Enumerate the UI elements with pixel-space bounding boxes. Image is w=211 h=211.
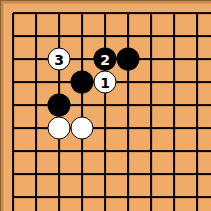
intersection-r7c1[interactable] bbox=[25, 163, 48, 186]
intersection-r4c5[interactable] bbox=[117, 94, 140, 117]
intersection-r0c3[interactable] bbox=[71, 2, 94, 25]
board-grid: 321 bbox=[2, 2, 209, 209]
intersection-r2c1[interactable] bbox=[25, 48, 48, 71]
intersection-r8c5[interactable] bbox=[117, 186, 140, 209]
intersection-r2c2[interactable]: 3 bbox=[48, 48, 71, 71]
intersection-r3c7[interactable] bbox=[163, 71, 186, 94]
intersection-r3c1[interactable] bbox=[25, 71, 48, 94]
intersection-r5c6[interactable] bbox=[140, 117, 163, 140]
intersection-r8c8[interactable] bbox=[186, 186, 209, 209]
intersection-r6c4[interactable] bbox=[94, 140, 117, 163]
intersection-r2c5[interactable] bbox=[117, 48, 140, 71]
intersection-r3c3[interactable] bbox=[71, 71, 94, 94]
intersection-r4c0[interactable] bbox=[2, 94, 25, 117]
intersection-r0c7[interactable] bbox=[163, 2, 186, 25]
intersection-r1c6[interactable] bbox=[140, 25, 163, 48]
white-stone bbox=[71, 117, 94, 140]
intersection-r0c4[interactable] bbox=[94, 2, 117, 25]
intersection-r1c0[interactable] bbox=[2, 25, 25, 48]
intersection-r4c8[interactable] bbox=[186, 94, 209, 117]
move-number-label: 2 bbox=[100, 52, 110, 66]
intersection-r4c6[interactable] bbox=[140, 94, 163, 117]
intersection-r1c8[interactable] bbox=[186, 25, 209, 48]
go-board-diagram: 321 bbox=[0, 0, 211, 211]
intersection-r3c2[interactable] bbox=[48, 71, 71, 94]
white-stone bbox=[48, 117, 71, 140]
intersection-r2c7[interactable] bbox=[163, 48, 186, 71]
intersection-r7c6[interactable] bbox=[140, 163, 163, 186]
white-stone-move-3: 3 bbox=[48, 48, 71, 71]
intersection-r2c3[interactable] bbox=[71, 48, 94, 71]
intersection-r4c2[interactable] bbox=[48, 94, 71, 117]
intersection-r5c5[interactable] bbox=[117, 117, 140, 140]
black-stone-move-2: 2 bbox=[94, 48, 117, 71]
intersection-r0c0[interactable] bbox=[2, 2, 25, 25]
intersection-r0c6[interactable] bbox=[140, 2, 163, 25]
intersection-r1c2[interactable] bbox=[48, 25, 71, 48]
intersection-r7c5[interactable] bbox=[117, 163, 140, 186]
intersection-r6c1[interactable] bbox=[25, 140, 48, 163]
intersection-r0c8[interactable] bbox=[186, 2, 209, 25]
intersection-r5c0[interactable] bbox=[2, 117, 25, 140]
black-stone bbox=[71, 71, 94, 94]
move-number-label: 1 bbox=[100, 75, 110, 89]
intersection-r1c3[interactable] bbox=[71, 25, 94, 48]
intersection-r5c4[interactable] bbox=[94, 117, 117, 140]
intersection-r8c6[interactable] bbox=[140, 186, 163, 209]
white-stone-move-1: 1 bbox=[94, 71, 117, 94]
black-stone bbox=[48, 94, 71, 117]
intersection-r8c1[interactable] bbox=[25, 186, 48, 209]
intersection-r8c4[interactable] bbox=[94, 186, 117, 209]
intersection-r1c4[interactable] bbox=[94, 25, 117, 48]
intersection-r0c2[interactable] bbox=[48, 2, 71, 25]
intersection-r3c6[interactable] bbox=[140, 71, 163, 94]
intersection-r1c1[interactable] bbox=[25, 25, 48, 48]
intersection-r5c7[interactable] bbox=[163, 117, 186, 140]
intersection-r6c5[interactable] bbox=[117, 140, 140, 163]
intersection-r0c5[interactable] bbox=[117, 2, 140, 25]
intersection-r1c7[interactable] bbox=[163, 25, 186, 48]
intersection-r7c7[interactable] bbox=[163, 163, 186, 186]
intersection-r2c0[interactable] bbox=[2, 48, 25, 71]
intersection-r3c0[interactable] bbox=[2, 71, 25, 94]
intersection-r4c1[interactable] bbox=[25, 94, 48, 117]
intersection-r7c0[interactable] bbox=[2, 163, 25, 186]
intersection-r7c8[interactable] bbox=[186, 163, 209, 186]
intersection-r6c6[interactable] bbox=[140, 140, 163, 163]
intersection-r2c4[interactable]: 2 bbox=[94, 48, 117, 71]
intersection-r8c7[interactable] bbox=[163, 186, 186, 209]
black-stone bbox=[117, 48, 140, 71]
intersection-r7c4[interactable] bbox=[94, 163, 117, 186]
intersection-r0c1[interactable] bbox=[25, 2, 48, 25]
intersection-r7c3[interactable] bbox=[71, 163, 94, 186]
intersection-r6c7[interactable] bbox=[163, 140, 186, 163]
intersection-r8c2[interactable] bbox=[48, 186, 71, 209]
intersection-r1c5[interactable] bbox=[117, 25, 140, 48]
intersection-r6c8[interactable] bbox=[186, 140, 209, 163]
intersection-r3c4[interactable]: 1 bbox=[94, 71, 117, 94]
intersection-r6c3[interactable] bbox=[71, 140, 94, 163]
intersection-r5c3[interactable] bbox=[71, 117, 94, 140]
intersection-r3c5[interactable] bbox=[117, 71, 140, 94]
intersection-r4c3[interactable] bbox=[71, 94, 94, 117]
intersection-r3c8[interactable] bbox=[186, 71, 209, 94]
intersection-r5c2[interactable] bbox=[48, 117, 71, 140]
intersection-r8c0[interactable] bbox=[2, 186, 25, 209]
move-number-label: 3 bbox=[54, 52, 64, 66]
intersection-r5c1[interactable] bbox=[25, 117, 48, 140]
intersection-r4c7[interactable] bbox=[163, 94, 186, 117]
intersection-r7c2[interactable] bbox=[48, 163, 71, 186]
intersection-r2c6[interactable] bbox=[140, 48, 163, 71]
intersection-r6c2[interactable] bbox=[48, 140, 71, 163]
intersection-r5c8[interactable] bbox=[186, 117, 209, 140]
intersection-r6c0[interactable] bbox=[2, 140, 25, 163]
intersection-r2c8[interactable] bbox=[186, 48, 209, 71]
intersection-r8c3[interactable] bbox=[71, 186, 94, 209]
intersection-r4c4[interactable] bbox=[94, 94, 117, 117]
